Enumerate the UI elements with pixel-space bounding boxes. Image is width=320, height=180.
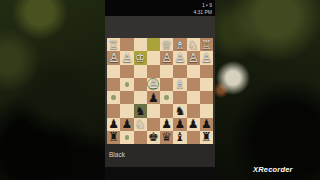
piece-black-king[interactable]: ♚: [148, 131, 159, 143]
square-h5[interactable]: [107, 91, 120, 104]
piece-white-king[interactable]: ♔: [135, 52, 146, 64]
square-c1[interactable]: ♗: [173, 38, 186, 51]
piece-black-pawn[interactable]: ♟: [188, 118, 199, 130]
square-d7[interactable]: ♟: [160, 118, 173, 131]
square-h1[interactable]: ♖: [107, 38, 120, 51]
square-a4[interactable]: [200, 78, 213, 91]
legal-move-dot[interactable]: [164, 95, 169, 100]
square-f5[interactable]: [134, 91, 147, 104]
piece-white-pawn[interactable]: ♙: [174, 52, 185, 64]
square-e6[interactable]: [147, 104, 160, 117]
square-b6[interactable]: [187, 104, 200, 117]
square-c3[interactable]: [173, 65, 186, 78]
square-f7[interactable]: ♘: [134, 118, 147, 131]
recorder-watermark: XRecorder: [253, 165, 293, 174]
square-f4[interactable]: [134, 78, 147, 91]
square-d3[interactable]: [160, 65, 173, 78]
square-h6[interactable]: [107, 104, 120, 117]
square-g7[interactable]: ♟: [120, 118, 133, 131]
piece-white-pawn[interactable]: ♙: [201, 52, 212, 64]
square-e5[interactable]: ♟: [147, 91, 160, 104]
square-c7[interactable]: ♟: [173, 118, 186, 131]
status-time: 4:31 PM: [105, 9, 212, 16]
left-blur-panel: [0, 0, 105, 180]
square-h7[interactable]: ♟: [107, 118, 120, 131]
square-b2[interactable]: ♙: [187, 51, 200, 64]
piece-black-pawn[interactable]: ♟: [108, 118, 119, 130]
square-e2[interactable]: [147, 51, 160, 64]
square-f3[interactable]: [134, 65, 147, 78]
piece-black-pawn[interactable]: ♟: [201, 118, 212, 130]
square-e8[interactable]: ♚: [147, 131, 160, 144]
square-c8[interactable]: ♝: [173, 131, 186, 144]
piece-white-pawn[interactable]: ♙: [108, 52, 119, 64]
square-b7[interactable]: ♟: [187, 118, 200, 131]
square-c6[interactable]: ♞: [173, 104, 186, 117]
square-a8[interactable]: ♜: [200, 131, 213, 144]
piece-black-rook[interactable]: ♜: [108, 131, 119, 143]
square-b3[interactable]: [187, 65, 200, 78]
square-d8[interactable]: ♛: [160, 131, 173, 144]
square-h3[interactable]: [107, 65, 120, 78]
legal-move-dot[interactable]: [125, 135, 130, 140]
square-g4[interactable]: [120, 78, 133, 91]
piece-white-rook[interactable]: ♖: [201, 39, 212, 51]
square-f8[interactable]: [134, 131, 147, 144]
square-h4[interactable]: [107, 78, 120, 91]
piece-white-pawn[interactable]: ♙: [161, 52, 172, 64]
square-f2[interactable]: ♔: [134, 51, 147, 64]
square-a2[interactable]: ♙: [200, 51, 213, 64]
square-e7[interactable]: [147, 118, 160, 131]
square-g2[interactable]: ♙: [120, 51, 133, 64]
right-blur-panel: [215, 0, 320, 180]
piece-white-knight[interactable]: ♘: [135, 118, 146, 130]
square-d1[interactable]: ♕: [160, 38, 173, 51]
piece-white-queen[interactable]: ♕: [161, 39, 172, 51]
square-d6[interactable]: [160, 104, 173, 117]
nav-strip: [105, 167, 215, 180]
piece-black-knight[interactable]: ♞: [135, 105, 146, 117]
square-b4[interactable]: [187, 78, 200, 91]
square-d5[interactable]: [160, 91, 173, 104]
square-g5[interactable]: [120, 91, 133, 104]
piece-black-bishop[interactable]: ♝: [174, 131, 185, 143]
phone-screen: 1 • 9 4:31 PM ♖♕♗♘♖♙♙♔♙♙♙♙♙♗♟♞♞♟♟♘♟♟♟♟♜♚…: [105, 0, 215, 180]
square-a5[interactable]: [200, 91, 213, 104]
square-b8[interactable]: [187, 131, 200, 144]
status-bar: 1 • 9 4:31 PM: [105, 0, 215, 16]
video-frame: 1 • 9 4:31 PM ♖♕♗♘♖♙♙♔♙♙♙♙♙♗♟♞♞♟♟♘♟♟♟♟♜♚…: [0, 0, 320, 180]
square-a1[interactable]: ♖: [200, 38, 213, 51]
square-b1[interactable]: ♘: [187, 38, 200, 51]
square-b5[interactable]: [187, 91, 200, 104]
piece-white-bishop[interactable]: ♗: [174, 39, 185, 51]
square-d2[interactable]: ♙: [160, 51, 173, 64]
square-g1[interactable]: [120, 38, 133, 51]
square-g3[interactable]: [120, 65, 133, 78]
square-g8[interactable]: [120, 131, 133, 144]
square-c5[interactable]: [173, 91, 186, 104]
square-f1[interactable]: [134, 38, 147, 51]
square-f6[interactable]: ♞: [134, 104, 147, 117]
square-e1[interactable]: [147, 38, 160, 51]
piece-white-rook[interactable]: ♖: [108, 39, 119, 51]
piece-white-pawn[interactable]: ♙: [121, 52, 132, 64]
piece-white-pawn[interactable]: ♙: [148, 78, 159, 90]
piece-white-pawn[interactable]: ♙: [188, 52, 199, 64]
piece-white-bishop[interactable]: ♗: [174, 78, 185, 90]
square-c4[interactable]: ♗: [173, 78, 186, 91]
square-h8[interactable]: ♜: [107, 131, 120, 144]
piece-black-pawn[interactable]: ♟: [161, 118, 172, 130]
piece-black-pawn[interactable]: ♟: [148, 92, 159, 104]
square-e4[interactable]: ♙: [147, 78, 160, 91]
square-d4[interactable]: [160, 78, 173, 91]
square-a6[interactable]: [200, 104, 213, 117]
piece-black-rook[interactable]: ♜: [201, 131, 212, 143]
square-c2[interactable]: ♙: [173, 51, 186, 64]
piece-black-pawn[interactable]: ♟: [174, 118, 185, 130]
chess-board[interactable]: ♖♕♗♘♖♙♙♔♙♙♙♙♙♗♟♞♞♟♟♘♟♟♟♟♜♚♛♝♜: [107, 38, 213, 144]
square-a3[interactable]: [200, 65, 213, 78]
square-a7[interactable]: ♟: [200, 118, 213, 131]
square-e3[interactable]: [147, 65, 160, 78]
piece-white-knight[interactable]: ♘: [188, 39, 199, 51]
legal-move-dot[interactable]: [111, 95, 116, 100]
square-h2[interactable]: ♙: [107, 51, 120, 64]
piece-black-knight[interactable]: ♞: [174, 105, 185, 117]
piece-black-queen[interactable]: ♛: [161, 131, 172, 143]
square-g6[interactable]: [120, 104, 133, 117]
player-name-label: Black: [109, 151, 125, 158]
legal-move-dot[interactable]: [125, 82, 130, 87]
piece-black-pawn[interactable]: ♟: [121, 118, 132, 130]
